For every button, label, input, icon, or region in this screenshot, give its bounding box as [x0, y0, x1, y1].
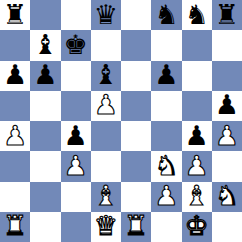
square-a2[interactable]	[0, 182, 30, 212]
square-h2[interactable]: ♞	[212, 182, 242, 212]
square-e6[interactable]	[121, 61, 151, 91]
black-pawn-piece[interactable]: ♟	[3, 61, 27, 88]
black-rook-piece[interactable]: ♜	[3, 1, 27, 28]
white-queen-piece[interactable]: ♛	[94, 212, 118, 239]
square-h7[interactable]	[212, 30, 242, 60]
black-pawn-piece[interactable]: ♟	[33, 61, 57, 88]
white-bishop-piece[interactable]: ♝	[94, 182, 118, 209]
square-e5[interactable]	[121, 91, 151, 121]
square-d1[interactable]: ♛	[91, 212, 121, 242]
square-b2[interactable]	[30, 182, 60, 212]
square-g8[interactable]: ♞	[182, 0, 212, 30]
square-b1[interactable]	[30, 212, 60, 242]
black-rook-piece[interactable]: ♜	[215, 1, 239, 28]
square-f8[interactable]: ♞	[151, 0, 181, 30]
square-e3[interactable]	[121, 151, 151, 181]
square-b6[interactable]: ♟	[30, 61, 60, 91]
square-h3[interactable]	[212, 151, 242, 181]
square-d7[interactable]	[91, 30, 121, 60]
square-f3[interactable]: ♞	[151, 151, 181, 181]
square-f2[interactable]: ♟	[151, 182, 181, 212]
square-c1[interactable]	[61, 212, 91, 242]
black-pawn-piece[interactable]: ♟	[64, 122, 88, 149]
square-c5[interactable]	[61, 91, 91, 121]
square-h4[interactable]: ♟	[212, 121, 242, 151]
square-f4[interactable]	[151, 121, 181, 151]
square-a7[interactable]	[0, 30, 30, 60]
square-d3[interactable]	[91, 151, 121, 181]
white-pawn-piece[interactable]: ♟	[154, 182, 178, 209]
square-a3[interactable]	[0, 151, 30, 181]
white-bishop-piece[interactable]: ♝	[185, 182, 209, 209]
square-f1[interactable]	[151, 212, 181, 242]
square-d2[interactable]: ♝	[91, 182, 121, 212]
square-g2[interactable]: ♝	[182, 182, 212, 212]
square-c7[interactable]: ♚	[61, 30, 91, 60]
square-h8[interactable]: ♜	[212, 0, 242, 30]
black-pawn-piece[interactable]: ♟	[215, 91, 239, 118]
white-pawn-piece[interactable]: ♟	[94, 91, 118, 118]
black-king-piece[interactable]: ♚	[64, 31, 88, 58]
white-pawn-piece[interactable]: ♟	[215, 122, 239, 149]
square-d8[interactable]: ♛	[91, 0, 121, 30]
square-g5[interactable]	[182, 91, 212, 121]
square-b7[interactable]: ♝	[30, 30, 60, 60]
black-bishop-piece[interactable]: ♝	[94, 61, 118, 88]
square-e4[interactable]	[121, 121, 151, 151]
square-b8[interactable]	[30, 0, 60, 30]
white-rook-piece[interactable]: ♜	[124, 212, 148, 239]
black-bishop-piece[interactable]: ♝	[33, 31, 57, 58]
square-c6[interactable]	[61, 61, 91, 91]
square-e7[interactable]	[121, 30, 151, 60]
square-g4[interactable]: ♟	[182, 121, 212, 151]
black-queen-piece[interactable]: ♛	[94, 1, 118, 28]
square-d6[interactable]: ♝	[91, 61, 121, 91]
black-pawn-piece[interactable]: ♟	[154, 61, 178, 88]
square-h6[interactable]	[212, 61, 242, 91]
square-g3[interactable]: ♟	[182, 151, 212, 181]
square-f5[interactable]	[151, 91, 181, 121]
square-a6[interactable]: ♟	[0, 61, 30, 91]
white-pawn-piece[interactable]: ♟	[185, 152, 209, 179]
square-g7[interactable]	[182, 30, 212, 60]
white-king-piece[interactable]: ♚	[185, 212, 209, 239]
square-h1[interactable]	[212, 212, 242, 242]
chess-board: ♜♛♞♞♜♝♚♟♟♝♟♟♟♟♟♟♟♟♞♟♝♟♝♞♜♛♜♚	[0, 0, 242, 242]
square-f6[interactable]: ♟	[151, 61, 181, 91]
square-c8[interactable]	[61, 0, 91, 30]
square-e1[interactable]: ♜	[121, 212, 151, 242]
square-b4[interactable]	[30, 121, 60, 151]
square-c3[interactable]: ♟	[61, 151, 91, 181]
white-pawn-piece[interactable]: ♟	[3, 122, 27, 149]
square-g1[interactable]: ♚	[182, 212, 212, 242]
square-b3[interactable]	[30, 151, 60, 181]
square-g6[interactable]	[182, 61, 212, 91]
white-knight-piece[interactable]: ♞	[215, 182, 239, 209]
square-b5[interactable]	[30, 91, 60, 121]
square-a8[interactable]: ♜	[0, 0, 30, 30]
square-d4[interactable]	[91, 121, 121, 151]
white-knight-piece[interactable]: ♞	[154, 152, 178, 179]
square-a1[interactable]: ♜	[0, 212, 30, 242]
square-d5[interactable]: ♟	[91, 91, 121, 121]
square-a5[interactable]	[0, 91, 30, 121]
black-knight-piece[interactable]: ♞	[154, 1, 178, 28]
square-c2[interactable]	[61, 182, 91, 212]
white-pawn-piece[interactable]: ♟	[64, 152, 88, 179]
white-rook-piece[interactable]: ♜	[3, 212, 27, 239]
square-f7[interactable]	[151, 30, 181, 60]
square-a4[interactable]: ♟	[0, 121, 30, 151]
square-h5[interactable]: ♟	[212, 91, 242, 121]
black-knight-piece[interactable]: ♞	[185, 1, 209, 28]
square-c4[interactable]: ♟	[61, 121, 91, 151]
square-e8[interactable]	[121, 0, 151, 30]
square-e2[interactable]	[121, 182, 151, 212]
black-pawn-piece[interactable]: ♟	[185, 122, 209, 149]
